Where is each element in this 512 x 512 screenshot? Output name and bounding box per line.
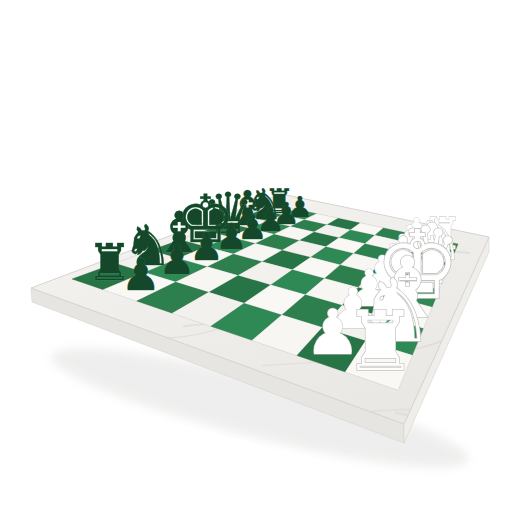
product-photo-scene: ♜♟♞♟♝♟♛♟♚♟♟♜♟♝♞♟♟♞♝♟♟♜♛♟♟♚♟♝♟♞♟♜: [0, 0, 512, 512]
chess-board: ♜♟♞♟♝♟♛♟♚♟♟♜♟♝♞♟♟♞♝♟♟♜♛♟♟♚♟♝♟♞♟♜: [0, 0, 512, 512]
piece-green-pawn[interactable]: ♟: [121, 249, 161, 300]
piece-white-rook[interactable]: ♜: [343, 293, 417, 389]
piece-green-pawn[interactable]: ♟: [158, 236, 195, 284]
